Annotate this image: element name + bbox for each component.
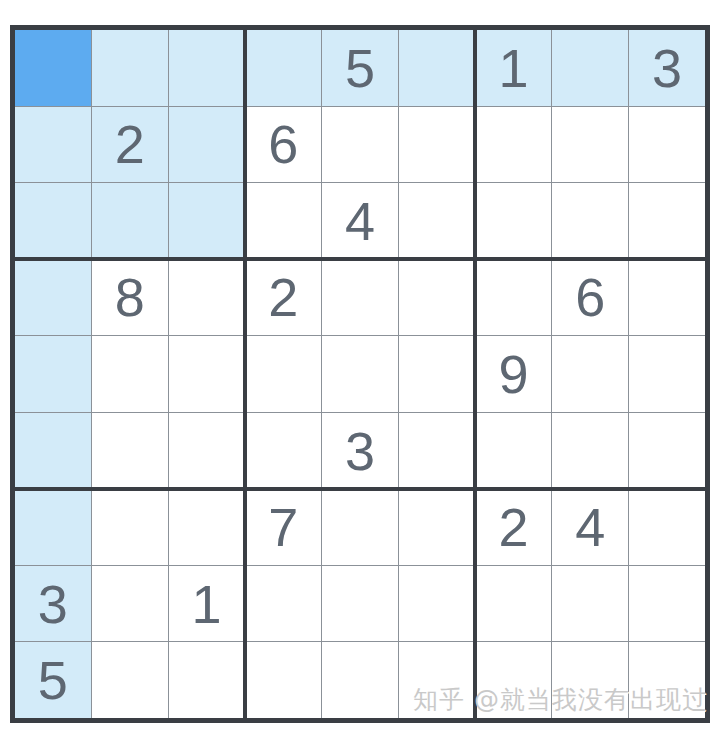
cell-r1c4[interactable] — [245, 30, 321, 106]
cell-r4c3[interactable] — [169, 260, 245, 336]
cell-r1c7[interactable]: 1 — [476, 30, 552, 106]
cell-r3c1[interactable] — [15, 183, 91, 259]
cell-r9c4[interactable] — [245, 642, 321, 718]
cell-r6c1[interactable] — [15, 413, 91, 489]
cell-r8c3[interactable]: 1 — [169, 566, 245, 642]
cell-r8c4[interactable] — [245, 566, 321, 642]
cell-r2c3[interactable] — [169, 107, 245, 183]
cell-r3c9[interactable] — [629, 183, 705, 259]
cell-r7c9[interactable] — [629, 489, 705, 565]
cell-r1c9[interactable]: 3 — [629, 30, 705, 106]
cell-r5c2[interactable] — [92, 336, 168, 412]
cell-r2c6[interactable] — [399, 107, 475, 183]
cell-r4c2[interactable]: 8 — [92, 260, 168, 336]
cell-r4c6[interactable] — [399, 260, 475, 336]
cell-r7c2[interactable] — [92, 489, 168, 565]
cell-r3c5[interactable]: 4 — [322, 183, 398, 259]
cell-r5c4[interactable] — [245, 336, 321, 412]
cell-r6c2[interactable] — [92, 413, 168, 489]
cell-r1c8[interactable] — [552, 30, 628, 106]
cell-r7c3[interactable] — [169, 489, 245, 565]
cell-r9c2[interactable] — [92, 642, 168, 718]
cell-r8c9[interactable] — [629, 566, 705, 642]
cell-r6c8[interactable] — [552, 413, 628, 489]
cell-r8c7[interactable] — [476, 566, 552, 642]
cell-r2c9[interactable] — [629, 107, 705, 183]
cell-r3c2[interactable] — [92, 183, 168, 259]
cell-r1c5[interactable]: 5 — [322, 30, 398, 106]
cell-r4c7[interactable] — [476, 260, 552, 336]
cell-r4c8[interactable]: 6 — [552, 260, 628, 336]
cell-r9c1[interactable]: 5 — [15, 642, 91, 718]
cell-r8c6[interactable] — [399, 566, 475, 642]
cell-r3c4[interactable] — [245, 183, 321, 259]
cell-r4c4[interactable]: 2 — [245, 260, 321, 336]
cell-r5c6[interactable] — [399, 336, 475, 412]
cell-r1c1[interactable] — [15, 30, 91, 106]
cell-r3c7[interactable] — [476, 183, 552, 259]
cell-r9c3[interactable] — [169, 642, 245, 718]
cell-r3c6[interactable] — [399, 183, 475, 259]
cell-r9c6[interactable] — [399, 642, 475, 718]
cell-r8c8[interactable] — [552, 566, 628, 642]
cell-r6c4[interactable] — [245, 413, 321, 489]
cell-r5c8[interactable] — [552, 336, 628, 412]
cell-r5c5[interactable] — [322, 336, 398, 412]
cell-r9c7[interactable] — [476, 642, 552, 718]
cell-r3c3[interactable] — [169, 183, 245, 259]
cell-r6c6[interactable] — [399, 413, 475, 489]
cell-r3c8[interactable] — [552, 183, 628, 259]
cell-r1c2[interactable] — [92, 30, 168, 106]
cell-r7c6[interactable] — [399, 489, 475, 565]
cell-r6c5[interactable]: 3 — [322, 413, 398, 489]
cell-r7c4[interactable]: 7 — [245, 489, 321, 565]
page: 51326482693724315 知乎 @就当我没有出现过 — [0, 0, 720, 730]
cell-r7c7[interactable]: 2 — [476, 489, 552, 565]
cell-r6c9[interactable] — [629, 413, 705, 489]
cell-r5c1[interactable] — [15, 336, 91, 412]
cell-r1c6[interactable] — [399, 30, 475, 106]
cell-r4c5[interactable] — [322, 260, 398, 336]
cell-r2c7[interactable] — [476, 107, 552, 183]
cell-r2c5[interactable] — [322, 107, 398, 183]
cell-r7c1[interactable] — [15, 489, 91, 565]
cell-r4c9[interactable] — [629, 260, 705, 336]
cell-r8c1[interactable]: 3 — [15, 566, 91, 642]
cell-r7c5[interactable] — [322, 489, 398, 565]
cell-r2c8[interactable] — [552, 107, 628, 183]
cell-r5c3[interactable] — [169, 336, 245, 412]
cell-r9c9[interactable] — [629, 642, 705, 718]
cell-r6c3[interactable] — [169, 413, 245, 489]
cell-r2c4[interactable]: 6 — [245, 107, 321, 183]
sudoku-board: 51326482693724315 — [10, 25, 710, 723]
cell-r5c9[interactable] — [629, 336, 705, 412]
cell-r9c8[interactable] — [552, 642, 628, 718]
cell-r4c1[interactable] — [15, 260, 91, 336]
cell-r9c5[interactable] — [322, 642, 398, 718]
cell-r6c7[interactable] — [476, 413, 552, 489]
cell-r2c1[interactable] — [15, 107, 91, 183]
cell-r2c2[interactable]: 2 — [92, 107, 168, 183]
cell-r8c5[interactable] — [322, 566, 398, 642]
cell-r7c8[interactable]: 4 — [552, 489, 628, 565]
cell-r8c2[interactable] — [92, 566, 168, 642]
cell-r1c3[interactable] — [169, 30, 245, 106]
cell-r5c7[interactable]: 9 — [476, 336, 552, 412]
